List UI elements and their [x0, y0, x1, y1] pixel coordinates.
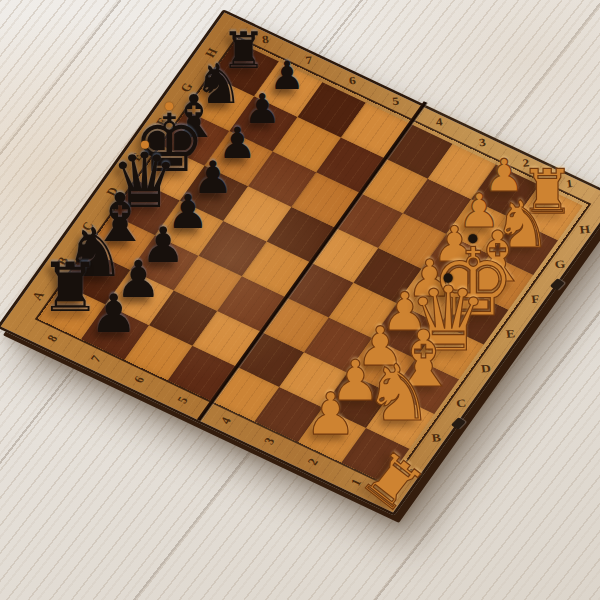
- black-finial: [444, 273, 453, 282]
- piece-white-knight-b1[interactable]: ♞: [364, 354, 434, 432]
- orange-finial: [140, 140, 148, 148]
- orange-finial: [165, 102, 173, 110]
- pieces-layer: ♜♞♝♛♚♝♞♜♟♟♟♟♟♟♟♟♟♟♟♟♟♟♟♟♜♞♝♛♚♝♞♜: [0, 0, 600, 600]
- piece-white-pawn-a2[interactable]: ♟: [305, 386, 357, 444]
- piece-black-pawn-a7[interactable]: ♟: [90, 287, 138, 340]
- scene: AABBCCDDEEFFGGHH8877665544332211 ♜♞♝♛♚♝♞…: [0, 0, 600, 600]
- black-finial: [469, 234, 478, 243]
- piece-white-rook-a1-fallen[interactable]: ♜: [351, 440, 433, 523]
